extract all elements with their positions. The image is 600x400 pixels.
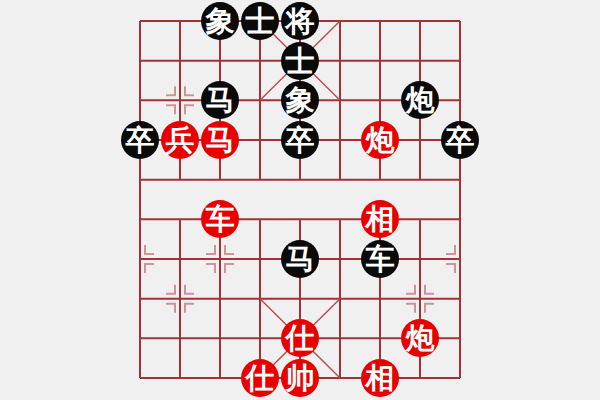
piece-black-general[interactable]: 将 [281, 2, 319, 40]
piece-glyph: 士 [286, 42, 315, 80]
piece-black-cannon[interactable]: 炮 [401, 81, 439, 119]
piece-black-elephant[interactable]: 象 [281, 81, 319, 119]
piece-glyph: 卒 [446, 121, 475, 159]
pieces-layer: 象士将士马象炮卒兵马卒炮卒车相马车仕炮仕帅相 [120, 1, 480, 398]
piece-red-soldier[interactable]: 兵 [161, 121, 199, 159]
piece-red-advisor[interactable]: 仕 [281, 319, 319, 357]
piece-red-elephant[interactable]: 相 [361, 359, 399, 397]
piece-red-cannon[interactable]: 炮 [361, 121, 399, 159]
piece-glyph: 将 [286, 2, 315, 40]
piece-red-general[interactable]: 帅 [281, 359, 319, 397]
piece-glyph: 马 [206, 121, 235, 159]
piece-black-horse[interactable]: 马 [281, 240, 319, 278]
piece-glyph: 士 [246, 2, 275, 40]
piece-black-advisor[interactable]: 士 [241, 2, 279, 40]
piece-glyph: 象 [286, 81, 315, 119]
piece-glyph: 相 [366, 200, 395, 238]
piece-red-elephant[interactable]: 相 [361, 200, 399, 238]
piece-glyph: 马 [206, 81, 235, 119]
piece-glyph: 象 [206, 2, 235, 40]
piece-glyph: 炮 [366, 121, 395, 159]
piece-black-soldier[interactable]: 卒 [281, 121, 319, 159]
piece-black-horse[interactable]: 马 [201, 81, 239, 119]
piece-glyph: 相 [366, 359, 395, 397]
piece-glyph: 帅 [286, 359, 315, 397]
piece-black-chariot[interactable]: 车 [361, 240, 399, 278]
piece-glyph: 马 [286, 240, 315, 278]
piece-glyph: 炮 [406, 81, 435, 119]
xiangqi-board: 象士将士马象炮卒兵马卒炮卒车相马车仕炮仕帅相 [0, 0, 600, 400]
piece-glyph: 仕 [246, 359, 275, 397]
piece-red-advisor[interactable]: 仕 [241, 359, 279, 397]
piece-glyph: 兵 [166, 121, 195, 159]
piece-red-chariot[interactable]: 车 [201, 200, 239, 238]
piece-black-soldier[interactable]: 卒 [441, 121, 479, 159]
piece-glyph: 卒 [286, 121, 315, 159]
piece-black-elephant[interactable]: 象 [201, 2, 239, 40]
piece-red-cannon[interactable]: 炮 [401, 319, 439, 357]
piece-black-soldier[interactable]: 卒 [121, 121, 159, 159]
piece-glyph: 车 [206, 200, 235, 238]
piece-glyph: 仕 [286, 319, 315, 357]
piece-glyph: 卒 [126, 121, 155, 159]
piece-glyph: 车 [366, 240, 395, 278]
piece-black-advisor[interactable]: 士 [281, 42, 319, 80]
piece-glyph: 炮 [406, 319, 435, 357]
piece-red-horse[interactable]: 马 [201, 121, 239, 159]
